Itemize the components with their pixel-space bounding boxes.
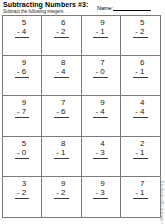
minuend: 8 [54,58,68,67]
minuend: 9 [93,98,107,107]
minuend: 9 [93,18,107,27]
subtraction-problem: 9- 6 [15,58,29,78]
subtrahend: - 1 [133,148,147,159]
minuend: 4 [133,98,147,107]
subtrahend: - 6 [15,67,29,78]
subtrahend: - 2 [54,27,68,38]
worksheet-page: Subtracting Numbers #3: Subtract the fol… [0,0,165,224]
minuend: 9 [15,98,29,107]
problem-cell: 9- 4 [82,96,121,136]
minuend: 5 [133,18,147,27]
problem-cell: 6- 2 [42,16,81,56]
subtraction-problem: 5- 0 [15,139,29,159]
minuend: 6 [54,18,68,27]
minuend: 4 [93,139,107,148]
name-label: Name: [97,5,113,11]
subtrahend: - 3 [93,188,107,199]
subtraction-problem: 7- 0 [93,58,107,78]
subtrahend: - 0 [15,148,29,159]
subtraction-problem: 6- 2 [54,18,68,38]
problem-cell: 5- 2 [121,16,160,56]
minuend: 7 [54,98,68,107]
minuend: 9 [93,179,107,188]
minuend: 2 [133,139,147,148]
name-blank-line [113,4,151,11]
subtraction-problem: 2- 1 [133,139,147,159]
subtrahend: - 1 [133,188,147,199]
problem-cell: 9- 6 [3,56,42,96]
subtraction-problem: 7- 1 [133,179,147,199]
subtraction-problem: 5- 2 [133,18,147,38]
minuend: 3 [15,179,29,188]
subtrahend: - 7 [15,107,29,118]
problems-grid: 5- 46- 29- 15- 29- 68- 47- 06- 19- 77- 6… [2,15,161,218]
subtraction-problem: 5- 4 [15,18,29,38]
subtrahend: - 2 [133,27,147,38]
problem-cell: 9- 2 [42,177,81,217]
subtrahend: - 6 [54,107,68,118]
problem-cell: 6- 1 [121,56,160,96]
name-row: Name: [97,4,151,11]
subtrahend: - 2 [15,188,29,199]
minuend: 6 [133,58,147,67]
minuend: 7 [133,179,147,188]
subtraction-problem: 6- 1 [133,58,147,78]
problem-cell: 5- 4 [3,16,42,56]
subtraction-problem: 9- 3 [93,179,107,199]
subtrahend: - 4 [133,107,147,118]
subtraction-problem: 9- 4 [93,98,107,118]
problem-cell: 8- 4 [42,56,81,96]
subtrahend: - 4 [54,67,68,78]
problem-cell: 8- 1 [42,137,81,177]
subtraction-problem: 4- 4 [133,98,147,118]
problem-cell: 2- 1 [121,137,160,177]
subtrahend: - 2 [54,188,68,199]
problem-cell: 4- 4 [121,96,160,136]
subtraction-problem: 3- 2 [15,179,29,199]
subtrahend: - 4 [93,107,107,118]
problem-cell: 9- 3 [82,177,121,217]
worksheet-title: Subtracting Numbers #3: [3,1,89,8]
subtrahend: - 3 [93,148,107,159]
minuend: 5 [15,139,29,148]
problem-cell: 3- 2 [3,177,42,217]
subtraction-problem: 4- 3 [93,139,107,159]
worksheet-instructions: Subtract the following integers. [3,9,65,14]
subtraction-problem: 8- 1 [54,139,68,159]
subtraction-problem: 9- 7 [15,98,29,118]
subtrahend: - 1 [54,148,68,159]
subtraction-problem: 7- 6 [54,98,68,118]
minuend: 8 [54,139,68,148]
subtraction-problem: 8- 4 [54,58,68,78]
subtrahend: - 1 [133,67,147,78]
problem-cell: 7- 6 [42,96,81,136]
subtrahend: - 1 [93,27,107,38]
subtrahend: - 0 [93,67,107,78]
problem-cell: 9- 1 [82,16,121,56]
minuend: 9 [15,58,29,67]
problem-cell: 9- 7 [3,96,42,136]
minuend: 5 [15,18,29,27]
subtrahend: - 4 [15,27,29,38]
minuend: 9 [54,179,68,188]
subtraction-problem: 9- 2 [54,179,68,199]
problem-cell: 5- 0 [3,137,42,177]
minuend: 7 [93,58,107,67]
problem-cell: 4- 3 [82,137,121,177]
problem-cell: 7- 0 [82,56,121,96]
problem-cell: 7- 1 [121,177,160,217]
subtraction-problem: 9- 1 [93,18,107,38]
watermark-text: EnchantedLearning.com [160,181,165,224]
